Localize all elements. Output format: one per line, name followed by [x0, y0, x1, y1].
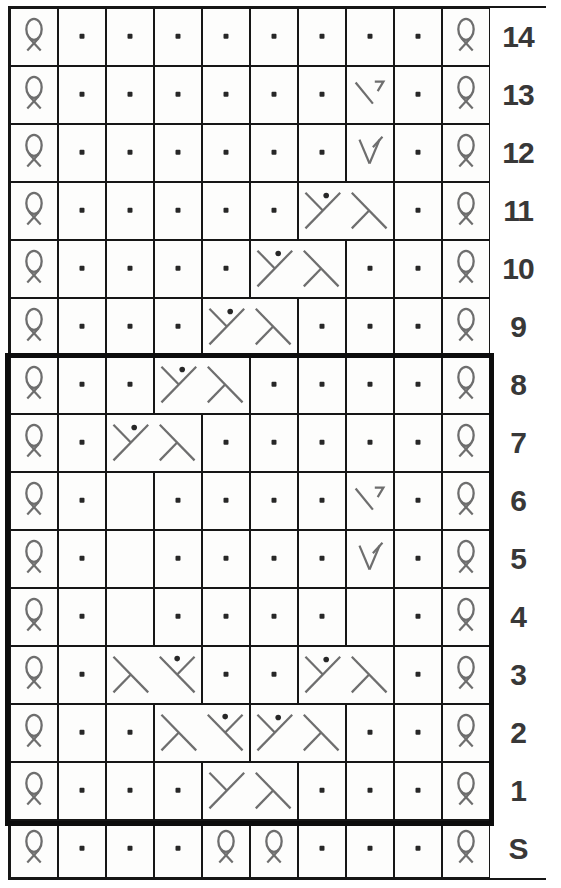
cell-twisted-knit: [10, 8, 58, 66]
cell-purl: [394, 588, 442, 646]
cell-twisted-knit: [442, 588, 490, 646]
cell-purl: [298, 8, 346, 66]
cell-purl: [154, 820, 202, 878]
row-label-12: 12: [490, 124, 546, 182]
cell-twisted-knit: [442, 820, 490, 878]
cell-twisted-knit: [10, 240, 58, 298]
cell-purl: [106, 820, 154, 878]
cell-twisted-knit: [10, 820, 58, 878]
cell-purl: [58, 704, 106, 762]
cell-purl: [58, 8, 106, 66]
cell-purl: [106, 8, 154, 66]
cell-purl: [394, 704, 442, 762]
cell-purl: [346, 704, 394, 762]
cell-purl: [154, 8, 202, 66]
cell-purl: [202, 588, 250, 646]
cell-purl: [394, 820, 442, 878]
cell-purl: [346, 762, 394, 820]
cell-purl: [250, 182, 298, 240]
cell-purl: [298, 762, 346, 820]
cell-slip-wrap: [346, 66, 394, 124]
cell-twisted-knit: [10, 66, 58, 124]
cell-purl: [58, 530, 106, 588]
cell-purl: [58, 298, 106, 356]
cell-twisted-knit: [442, 298, 490, 356]
row-label-3: 3: [490, 646, 546, 704]
cell-left-cross: [154, 356, 250, 414]
row-label-10: 10: [490, 240, 546, 298]
cell-twisted-knit: [10, 124, 58, 182]
cell-purl: [394, 414, 442, 472]
cell-left-cross: [250, 704, 346, 762]
cell-purl: [394, 66, 442, 124]
cell-purl: [202, 530, 250, 588]
cell-purl: [154, 588, 202, 646]
cell-left-cross: [106, 414, 202, 472]
cell-twisted-knit: [442, 66, 490, 124]
cell-purl: [394, 530, 442, 588]
cell-purl: [250, 472, 298, 530]
cell-purl: [250, 66, 298, 124]
cell-purl: [154, 298, 202, 356]
chart-grid: 1413121110987654321S: [8, 6, 546, 880]
cell-purl: [202, 8, 250, 66]
cell-purl: [394, 8, 442, 66]
cell-purl: [154, 66, 202, 124]
cell-purl: [202, 240, 250, 298]
cell-purl: [202, 472, 250, 530]
cell-purl: [154, 240, 202, 298]
cell-slip-wrap: [346, 472, 394, 530]
cell-purl: [250, 588, 298, 646]
cell-purl: [154, 762, 202, 820]
cell-purl: [394, 182, 442, 240]
cell-left-cross: [298, 182, 394, 240]
cell-increase: [346, 530, 394, 588]
cell-purl: [106, 66, 154, 124]
cell-left-cross: [250, 240, 346, 298]
cell-purl: [346, 298, 394, 356]
cell-purl: [250, 8, 298, 66]
cell-twisted-knit: [10, 298, 58, 356]
cell-twisted-knit: [10, 704, 58, 762]
cell-twisted-knit: [10, 762, 58, 820]
cell-purl: [346, 820, 394, 878]
cell-purl: [58, 820, 106, 878]
cell-purl: [394, 124, 442, 182]
cell-purl: [58, 356, 106, 414]
cell-purl: [394, 472, 442, 530]
cell-purl: [298, 414, 346, 472]
cell-purl: [58, 124, 106, 182]
cell-purl: [202, 414, 250, 472]
cell-right-cross: [154, 704, 250, 762]
cell-twisted-knit: [10, 646, 58, 704]
cell-purl: [250, 124, 298, 182]
cell-purl: [58, 588, 106, 646]
cell-purl: [106, 240, 154, 298]
cell-twisted-knit: [442, 472, 490, 530]
cell-twisted-knit: [202, 820, 250, 878]
cell-purl: [394, 356, 442, 414]
cell-left-cross: [298, 646, 394, 704]
cell-twisted-knit: [10, 472, 58, 530]
cell-purl: [154, 182, 202, 240]
cell-purl: [298, 298, 346, 356]
cell-purl: [298, 588, 346, 646]
row-label-8: 8: [490, 356, 546, 414]
cell-purl: [58, 762, 106, 820]
cell-twisted-knit: [10, 530, 58, 588]
row-label-9: 9: [490, 298, 546, 356]
row-label-1: 1: [490, 762, 546, 820]
cell-no-stitch: [346, 588, 394, 646]
cell-purl: [154, 472, 202, 530]
cell-purl: [394, 762, 442, 820]
cell-right-cross: [106, 646, 202, 704]
cell-purl: [154, 124, 202, 182]
cell-purl: [106, 298, 154, 356]
cell-purl: [298, 472, 346, 530]
cell-purl: [298, 356, 346, 414]
row-label-6: 6: [490, 472, 546, 530]
cell-purl: [250, 530, 298, 588]
cell-twisted-knit: [442, 530, 490, 588]
cell-twisted-knit: [442, 240, 490, 298]
cell-twisted-knit: [442, 356, 490, 414]
cell-increase: [346, 124, 394, 182]
row-label-7: 7: [490, 414, 546, 472]
cell-purl: [202, 66, 250, 124]
cell-twisted-knit: [10, 182, 58, 240]
row-label-14: 14: [490, 8, 546, 66]
row-label-11: 11: [490, 182, 546, 240]
cell-purl: [106, 762, 154, 820]
cell-purl: [58, 240, 106, 298]
knitting-chart: 1413121110987654321S: [8, 6, 546, 880]
cell-purl: [58, 472, 106, 530]
cell-purl: [202, 182, 250, 240]
cell-twisted-knit: [10, 588, 58, 646]
row-label-5: 5: [490, 530, 546, 588]
cell-purl: [106, 124, 154, 182]
cell-purl: [106, 704, 154, 762]
cell-purl: [394, 646, 442, 704]
cell-twisted-knit: [250, 820, 298, 878]
cell-purl: [250, 356, 298, 414]
row-label-S: S: [490, 820, 546, 878]
cell-twisted-knit: [10, 414, 58, 472]
cell-purl: [394, 298, 442, 356]
cell-twisted-knit: [442, 124, 490, 182]
cell-no-stitch: [106, 588, 154, 646]
row-label-4: 4: [490, 588, 546, 646]
cell-knit-cross: [202, 762, 298, 820]
row-label-2: 2: [490, 704, 546, 762]
cell-purl: [298, 530, 346, 588]
cell-purl: [58, 66, 106, 124]
cell-purl: [58, 414, 106, 472]
cell-purl: [298, 820, 346, 878]
cell-purl: [346, 240, 394, 298]
cell-purl: [346, 414, 394, 472]
cell-twisted-knit: [442, 8, 490, 66]
cell-twisted-knit: [442, 762, 490, 820]
cell-purl: [202, 124, 250, 182]
cell-purl: [298, 66, 346, 124]
cell-purl: [58, 646, 106, 704]
cell-purl: [154, 530, 202, 588]
cell-purl: [202, 646, 250, 704]
cell-purl: [106, 182, 154, 240]
cell-twisted-knit: [442, 704, 490, 762]
cell-purl: [250, 414, 298, 472]
row-label-13: 13: [490, 66, 546, 124]
cell-left-cross: [202, 298, 298, 356]
cell-purl: [58, 182, 106, 240]
cell-purl: [298, 124, 346, 182]
cell-purl: [346, 356, 394, 414]
cell-purl: [346, 8, 394, 66]
cell-no-stitch: [106, 472, 154, 530]
cell-purl: [106, 356, 154, 414]
cell-no-stitch: [106, 530, 154, 588]
cell-twisted-knit: [442, 182, 490, 240]
cell-twisted-knit: [442, 646, 490, 704]
cell-purl: [250, 646, 298, 704]
cell-twisted-knit: [10, 356, 58, 414]
cell-twisted-knit: [442, 414, 490, 472]
cell-purl: [394, 240, 442, 298]
